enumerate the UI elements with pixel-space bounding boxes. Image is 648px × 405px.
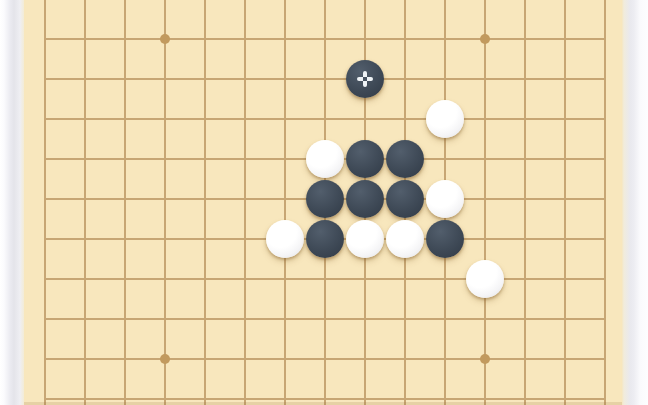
intersection[interactable] xyxy=(545,59,585,99)
intersection[interactable] xyxy=(425,299,465,339)
intersection[interactable] xyxy=(25,379,65,405)
intersection[interactable] xyxy=(505,0,545,19)
intersection[interactable] xyxy=(265,0,305,19)
intersection[interactable] xyxy=(105,219,145,259)
intersection[interactable] xyxy=(105,299,145,339)
grid-line-vertical xyxy=(204,59,206,99)
grid-line-vertical xyxy=(244,99,246,139)
stone-white xyxy=(426,180,464,218)
intersection[interactable] xyxy=(305,0,345,19)
intersection[interactable] xyxy=(585,99,623,139)
intersection[interactable] xyxy=(105,99,145,139)
intersection[interactable] xyxy=(585,379,623,405)
stone-black xyxy=(346,60,384,98)
intersection[interactable] xyxy=(25,339,65,379)
intersection[interactable] xyxy=(225,259,265,299)
intersection[interactable] xyxy=(585,259,623,299)
intersection[interactable] xyxy=(585,339,623,379)
grid-line-vertical xyxy=(444,19,446,59)
intersection[interactable] xyxy=(305,59,345,99)
grid-line-vertical xyxy=(244,379,246,405)
intersection[interactable] xyxy=(465,379,505,405)
star-point xyxy=(480,354,490,364)
intersection[interactable] xyxy=(585,299,623,339)
intersection[interactable] xyxy=(345,379,385,405)
intersection[interactable] xyxy=(145,59,185,99)
stone-white xyxy=(386,220,424,258)
grid-line-horizontal xyxy=(585,38,606,40)
grid-line-vertical xyxy=(124,19,126,59)
grid-line-vertical xyxy=(324,59,326,99)
grid-line-vertical xyxy=(84,219,86,259)
grid-line-vertical xyxy=(604,59,606,99)
grid-line-vertical xyxy=(44,299,46,339)
stone-black xyxy=(346,180,384,218)
intersection[interactable] xyxy=(305,339,345,379)
intersection[interactable] xyxy=(425,139,465,179)
board-grid xyxy=(25,0,623,405)
intersection[interactable] xyxy=(545,99,585,139)
grid-line-vertical xyxy=(404,59,406,99)
intersection[interactable] xyxy=(465,339,505,379)
intersection[interactable] xyxy=(145,139,185,179)
intersection[interactable] xyxy=(145,379,185,405)
intersection[interactable] xyxy=(145,219,185,259)
intersection[interactable] xyxy=(185,179,225,219)
intersection[interactable] xyxy=(345,99,385,139)
grid-line-vertical xyxy=(124,299,126,339)
stone-black xyxy=(386,140,424,178)
grid-line-vertical xyxy=(124,339,126,379)
grid-line-horizontal xyxy=(44,38,65,40)
grid-line-vertical xyxy=(564,379,566,405)
intersection[interactable] xyxy=(265,299,305,339)
stone-black xyxy=(306,180,344,218)
intersection[interactable] xyxy=(105,179,145,219)
grid-line-vertical xyxy=(444,339,446,379)
grid-line-vertical xyxy=(84,379,86,405)
intersection[interactable] xyxy=(25,0,65,19)
intersection[interactable] xyxy=(25,179,65,219)
grid-line-vertical xyxy=(444,379,446,405)
intersection[interactable] xyxy=(225,339,265,379)
grid-line-horizontal xyxy=(585,158,606,160)
grid-line-horizontal xyxy=(585,78,606,80)
grid-line-vertical xyxy=(124,179,126,219)
grid-line-vertical xyxy=(44,139,46,179)
stone-white xyxy=(306,140,344,178)
intersection xyxy=(425,219,465,259)
intersection xyxy=(425,179,465,219)
grid-line-vertical xyxy=(564,259,566,299)
grid-line-vertical xyxy=(604,99,606,139)
stone-black xyxy=(346,140,384,178)
grid-line-vertical xyxy=(44,179,46,219)
intersection[interactable] xyxy=(105,379,145,405)
grid-line-vertical xyxy=(204,179,206,219)
intersection[interactable] xyxy=(545,219,585,259)
intersection[interactable] xyxy=(225,179,265,219)
intersection[interactable] xyxy=(465,219,505,259)
intersection[interactable] xyxy=(185,379,225,405)
intersection[interactable] xyxy=(105,139,145,179)
grid-line-vertical xyxy=(444,139,446,179)
grid-line-vertical xyxy=(84,19,86,59)
intersection[interactable] xyxy=(465,99,505,139)
grid-line-vertical xyxy=(364,379,366,405)
intersection[interactable] xyxy=(505,219,545,259)
intersection[interactable] xyxy=(225,219,265,259)
grid-line-vertical xyxy=(524,299,526,339)
intersection xyxy=(265,219,305,259)
intersection[interactable] xyxy=(345,0,385,19)
grid-line-vertical xyxy=(524,0,526,19)
star-point xyxy=(480,34,490,44)
intersection[interactable] xyxy=(585,19,623,59)
grid-line-vertical xyxy=(484,299,486,339)
intersection[interactable] xyxy=(65,139,105,179)
intersection[interactable] xyxy=(265,59,305,99)
stone-white xyxy=(466,260,504,298)
intersection xyxy=(385,219,425,259)
star-point xyxy=(160,34,170,44)
intersection[interactable] xyxy=(65,299,105,339)
grid-line-vertical xyxy=(444,0,446,19)
stone-white xyxy=(266,220,304,258)
intersection[interactable] xyxy=(65,179,105,219)
intersection xyxy=(305,139,345,179)
intersection[interactable] xyxy=(545,179,585,219)
grid-line-vertical xyxy=(164,59,166,99)
intersection[interactable] xyxy=(505,99,545,139)
grid-line-vertical xyxy=(364,0,366,19)
intersection[interactable] xyxy=(385,59,425,99)
intersection xyxy=(385,179,425,219)
grid-line-vertical xyxy=(244,0,246,19)
grid-line-vertical xyxy=(564,0,566,19)
intersection[interactable] xyxy=(145,0,185,19)
intersection[interactable] xyxy=(225,139,265,179)
grid-line-vertical xyxy=(604,299,606,339)
intersection[interactable] xyxy=(425,259,465,299)
intersection[interactable] xyxy=(25,219,65,259)
grid-line-vertical xyxy=(204,0,206,19)
intersection[interactable] xyxy=(545,299,585,339)
grid-line-vertical xyxy=(324,339,326,379)
grid-line-vertical xyxy=(84,339,86,379)
intersection[interactable] xyxy=(25,299,65,339)
intersection[interactable] xyxy=(385,339,425,379)
grid-line-vertical xyxy=(124,59,126,99)
intersection[interactable] xyxy=(145,299,185,339)
intersection[interactable] xyxy=(305,99,345,139)
grid-line-horizontal xyxy=(585,118,606,120)
gomoku-board[interactable] xyxy=(24,0,622,405)
intersection[interactable] xyxy=(145,99,185,139)
intersection[interactable] xyxy=(465,59,505,99)
intersection[interactable] xyxy=(185,219,225,259)
grid-line-vertical xyxy=(164,379,166,405)
grid-line-vertical xyxy=(284,299,286,339)
intersection[interactable] xyxy=(225,299,265,339)
grid-line-vertical xyxy=(124,379,126,405)
grid-line-horizontal xyxy=(44,118,65,120)
intersection[interactable] xyxy=(25,99,65,139)
grid-line-vertical xyxy=(324,0,326,19)
intersection[interactable] xyxy=(505,299,545,339)
intersection[interactable] xyxy=(505,19,545,59)
grid-line-vertical xyxy=(484,219,486,259)
grid-line-vertical xyxy=(204,219,206,259)
intersection[interactable] xyxy=(65,219,105,259)
grid-line-vertical xyxy=(244,219,246,259)
grid-line-vertical xyxy=(524,339,526,379)
intersection[interactable] xyxy=(185,299,225,339)
grid-line-vertical xyxy=(364,259,366,299)
intersection[interactable] xyxy=(25,139,65,179)
grid-line-vertical xyxy=(204,99,206,139)
grid-line-vertical xyxy=(484,0,486,19)
stone-black xyxy=(386,180,424,218)
intersection[interactable] xyxy=(265,179,305,219)
intersection[interactable] xyxy=(385,299,425,339)
intersection[interactable] xyxy=(505,259,545,299)
intersection[interactable] xyxy=(305,379,345,405)
intersection[interactable] xyxy=(105,19,145,59)
grid-line-vertical xyxy=(604,0,606,19)
intersection[interactable] xyxy=(25,19,65,59)
grid-line-vertical xyxy=(604,219,606,259)
grid-line-vertical xyxy=(364,299,366,339)
intersection[interactable] xyxy=(545,259,585,299)
grid-line-vertical xyxy=(124,99,126,139)
intersection[interactable] xyxy=(545,379,585,405)
intersection xyxy=(305,219,345,259)
grid-line-vertical xyxy=(404,259,406,299)
intersection[interactable] xyxy=(425,379,465,405)
grid-line-vertical xyxy=(204,299,206,339)
grid-line-horizontal xyxy=(585,318,606,320)
intersection[interactable] xyxy=(385,19,425,59)
intersection[interactable] xyxy=(345,19,385,59)
intersection[interactable] xyxy=(145,179,185,219)
grid-line-horizontal xyxy=(585,198,606,200)
intersection[interactable] xyxy=(305,299,345,339)
intersection[interactable] xyxy=(305,259,345,299)
grid-line-horizontal xyxy=(585,398,606,400)
intersection[interactable] xyxy=(585,219,623,259)
intersection[interactable] xyxy=(505,379,545,405)
intersection[interactable] xyxy=(505,179,545,219)
intersection[interactable] xyxy=(305,19,345,59)
grid-line-vertical xyxy=(84,0,86,19)
stone-white xyxy=(346,220,384,258)
intersection[interactable] xyxy=(425,339,465,379)
grid-line-vertical xyxy=(164,299,166,339)
stone-black xyxy=(306,220,344,258)
intersection[interactable] xyxy=(25,59,65,99)
grid-line-vertical xyxy=(324,99,326,139)
grid-line-vertical xyxy=(404,0,406,19)
grid-line-horizontal xyxy=(44,238,65,240)
grid-line-horizontal xyxy=(585,278,606,280)
grid-line-vertical xyxy=(44,379,46,405)
grid-line-horizontal xyxy=(44,278,65,280)
intersection[interactable] xyxy=(185,19,225,59)
intersection[interactable] xyxy=(105,0,145,19)
intersection[interactable] xyxy=(185,139,225,179)
intersection[interactable] xyxy=(345,339,385,379)
intersection[interactable] xyxy=(345,259,385,299)
intersection[interactable] xyxy=(185,0,225,19)
grid-line-vertical xyxy=(604,259,606,299)
intersection[interactable] xyxy=(25,259,65,299)
intersection[interactable] xyxy=(225,0,265,19)
intersection[interactable] xyxy=(65,99,105,139)
intersection[interactable] xyxy=(185,259,225,299)
grid-line-vertical xyxy=(124,259,126,299)
intersection[interactable] xyxy=(65,379,105,405)
intersection[interactable] xyxy=(225,59,265,99)
intersection[interactable] xyxy=(265,379,305,405)
intersection[interactable] xyxy=(105,339,145,379)
grid-line-vertical xyxy=(204,139,206,179)
grid-line-vertical xyxy=(564,99,566,139)
grid-line-vertical xyxy=(164,0,166,19)
grid-line-horizontal xyxy=(44,198,65,200)
intersection xyxy=(425,99,465,139)
intersection[interactable] xyxy=(145,339,185,379)
intersection[interactable] xyxy=(225,19,265,59)
intersection[interactable] xyxy=(465,0,505,19)
grid-line-vertical xyxy=(84,139,86,179)
grid-line-vertical xyxy=(244,19,246,59)
grid-line-vertical xyxy=(444,59,446,99)
intersection[interactable] xyxy=(105,259,145,299)
grid-line-vertical xyxy=(484,379,486,405)
intersection[interactable] xyxy=(65,59,105,99)
intersection[interactable] xyxy=(265,259,305,299)
grid-line-vertical xyxy=(284,339,286,379)
grid-line-vertical xyxy=(444,299,446,339)
grid-line-vertical xyxy=(124,0,126,19)
grid-line-horizontal xyxy=(44,78,65,80)
grid-line-vertical xyxy=(44,339,46,379)
last-move-marker xyxy=(357,71,373,87)
intersection[interactable] xyxy=(185,59,225,99)
grid-line-vertical xyxy=(564,59,566,99)
grid-line-vertical xyxy=(84,259,86,299)
intersection[interactable] xyxy=(225,379,265,405)
intersection[interactable] xyxy=(585,59,623,99)
intersection[interactable] xyxy=(505,59,545,99)
grid-line-vertical xyxy=(204,19,206,59)
grid-line-vertical xyxy=(44,0,46,19)
grid-line-vertical xyxy=(564,219,566,259)
intersection[interactable] xyxy=(545,139,585,179)
intersection[interactable] xyxy=(465,19,505,59)
grid-line-vertical xyxy=(244,139,246,179)
grid-line-vertical xyxy=(364,19,366,59)
intersection[interactable] xyxy=(265,139,305,179)
intersection[interactable] xyxy=(505,339,545,379)
intersection[interactable] xyxy=(545,339,585,379)
grid-line-vertical xyxy=(444,259,446,299)
intersection[interactable] xyxy=(585,139,623,179)
grid-line-horizontal xyxy=(44,318,65,320)
intersection[interactable] xyxy=(65,0,105,19)
intersection xyxy=(385,139,425,179)
intersection[interactable] xyxy=(465,179,505,219)
grid-line-vertical xyxy=(564,19,566,59)
grid-line-vertical xyxy=(284,19,286,59)
intersection[interactable] xyxy=(425,59,465,99)
grid-line-horizontal xyxy=(44,358,65,360)
intersection[interactable] xyxy=(505,139,545,179)
intersection[interactable] xyxy=(225,99,265,139)
intersection[interactable] xyxy=(425,0,465,19)
intersection[interactable] xyxy=(105,59,145,99)
grid-line-vertical xyxy=(524,139,526,179)
intersection[interactable] xyxy=(425,19,465,59)
grid-line-vertical xyxy=(44,219,46,259)
intersection[interactable] xyxy=(185,99,225,139)
grid-line-vertical xyxy=(604,179,606,219)
intersection[interactable] xyxy=(585,0,623,19)
intersection[interactable] xyxy=(265,19,305,59)
intersection[interactable] xyxy=(65,259,105,299)
intersection[interactable] xyxy=(385,0,425,19)
grid-line-vertical xyxy=(604,139,606,179)
app-screen xyxy=(0,0,648,405)
grid-line-vertical xyxy=(84,299,86,339)
stone-white xyxy=(426,100,464,138)
grid-line-vertical xyxy=(84,59,86,99)
intersection[interactable] xyxy=(345,299,385,339)
intersection[interactable] xyxy=(185,339,225,379)
intersection xyxy=(345,139,385,179)
grid-line-vertical xyxy=(124,139,126,179)
intersection[interactable] xyxy=(385,259,425,299)
grid-line-vertical xyxy=(324,299,326,339)
intersection[interactable] xyxy=(265,99,305,139)
intersection[interactable] xyxy=(545,19,585,59)
grid-line-vertical xyxy=(564,139,566,179)
intersection[interactable] xyxy=(465,139,505,179)
grid-line-vertical xyxy=(524,19,526,59)
grid-line-vertical xyxy=(204,379,206,405)
intersection[interactable] xyxy=(585,179,623,219)
grid-line-vertical xyxy=(524,259,526,299)
intersection[interactable] xyxy=(65,19,105,59)
grid-line-vertical xyxy=(404,299,406,339)
grid-line-vertical xyxy=(44,59,46,99)
intersection[interactable] xyxy=(265,339,305,379)
grid-line-vertical xyxy=(604,339,606,379)
grid-line-vertical xyxy=(284,139,286,179)
grid-line-horizontal xyxy=(585,238,606,240)
intersection[interactable] xyxy=(545,0,585,19)
intersection[interactable] xyxy=(145,259,185,299)
grid-line-vertical xyxy=(284,59,286,99)
intersection xyxy=(345,219,385,259)
intersection[interactable] xyxy=(385,379,425,405)
star-point xyxy=(160,354,170,364)
intersection[interactable] xyxy=(465,299,505,339)
intersection[interactable] xyxy=(145,19,185,59)
intersection[interactable] xyxy=(65,339,105,379)
intersection[interactable] xyxy=(385,99,425,139)
